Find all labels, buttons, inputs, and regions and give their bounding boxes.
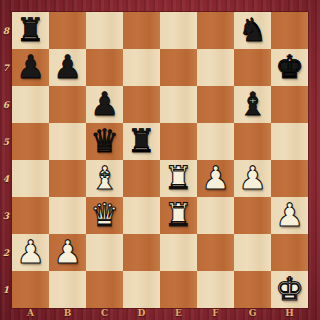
- square-a5[interactable]: [12, 123, 49, 160]
- rank-label-7: 7: [0, 49, 12, 86]
- square-d5[interactable]: ♜: [123, 123, 160, 160]
- file-label-c: C: [86, 306, 123, 320]
- square-c1[interactable]: [86, 271, 123, 308]
- square-c2[interactable]: [86, 234, 123, 271]
- square-c4[interactable]: ♝: [86, 160, 123, 197]
- square-a2[interactable]: ♟: [12, 234, 49, 271]
- piece-black-king[interactable]: ♚: [271, 49, 308, 86]
- rank-label-4: 4: [0, 160, 12, 197]
- piece-black-queen[interactable]: ♛: [86, 123, 123, 160]
- piece-white-king[interactable]: ♚: [271, 271, 308, 308]
- square-b1[interactable]: [49, 271, 86, 308]
- square-h7[interactable]: ♚: [271, 49, 308, 86]
- square-c8[interactable]: [86, 12, 123, 49]
- rank-label-5: 5: [0, 123, 12, 160]
- square-a1[interactable]: [12, 271, 49, 308]
- square-b7[interactable]: ♟: [49, 49, 86, 86]
- square-d4[interactable]: [123, 160, 160, 197]
- piece-white-pawn[interactable]: ♟: [12, 234, 49, 271]
- rank-labels: 87654321: [0, 12, 12, 308]
- square-c7[interactable]: [86, 49, 123, 86]
- square-a4[interactable]: [12, 160, 49, 197]
- piece-black-rook[interactable]: ♜: [123, 123, 160, 160]
- square-d1[interactable]: [123, 271, 160, 308]
- file-label-g: G: [234, 306, 271, 320]
- piece-black-pawn[interactable]: ♟: [12, 49, 49, 86]
- square-d3[interactable]: [123, 197, 160, 234]
- square-g3[interactable]: [234, 197, 271, 234]
- square-c5[interactable]: ♛: [86, 123, 123, 160]
- square-g7[interactable]: [234, 49, 271, 86]
- piece-white-pawn[interactable]: ♟: [49, 234, 86, 271]
- piece-black-knight[interactable]: ♞: [234, 12, 271, 49]
- square-b6[interactable]: [49, 86, 86, 123]
- square-f2[interactable]: [197, 234, 234, 271]
- rank-label-8: 8: [0, 12, 12, 49]
- file-label-a: A: [12, 306, 49, 320]
- square-g1[interactable]: [234, 271, 271, 308]
- file-labels: ABCDEFGH: [12, 306, 308, 320]
- square-b8[interactable]: [49, 12, 86, 49]
- file-label-d: D: [123, 306, 160, 320]
- piece-black-rook[interactable]: ♜: [12, 12, 49, 49]
- square-f3[interactable]: [197, 197, 234, 234]
- rank-label-2: 2: [0, 234, 12, 271]
- square-b3[interactable]: [49, 197, 86, 234]
- square-d6[interactable]: [123, 86, 160, 123]
- square-e8[interactable]: [160, 12, 197, 49]
- file-label-f: F: [197, 306, 234, 320]
- square-e3[interactable]: ♜: [160, 197, 197, 234]
- square-g6[interactable]: ♝: [234, 86, 271, 123]
- chess-board-frame: 87654321 ABCDEFGH ♜♞♟♟♚♟♝♛♜♝♜♟♟♛♜♟♟♟♚: [0, 0, 320, 320]
- square-f5[interactable]: [197, 123, 234, 160]
- rank-label-6: 6: [0, 86, 12, 123]
- piece-white-pawn[interactable]: ♟: [234, 160, 271, 197]
- square-f1[interactable]: [197, 271, 234, 308]
- square-h2[interactable]: [271, 234, 308, 271]
- file-label-e: E: [160, 306, 197, 320]
- rank-label-1: 1: [0, 271, 12, 308]
- square-f7[interactable]: [197, 49, 234, 86]
- square-g8[interactable]: ♞: [234, 12, 271, 49]
- piece-black-pawn[interactable]: ♟: [86, 86, 123, 123]
- square-e1[interactable]: [160, 271, 197, 308]
- square-h4[interactable]: [271, 160, 308, 197]
- file-label-h: H: [271, 306, 308, 320]
- square-e2[interactable]: [160, 234, 197, 271]
- piece-white-bishop[interactable]: ♝: [86, 160, 123, 197]
- square-c3[interactable]: ♛: [86, 197, 123, 234]
- square-e5[interactable]: [160, 123, 197, 160]
- square-b4[interactable]: [49, 160, 86, 197]
- piece-white-rook[interactable]: ♜: [160, 160, 197, 197]
- square-e7[interactable]: [160, 49, 197, 86]
- square-g2[interactable]: [234, 234, 271, 271]
- square-a8[interactable]: ♜: [12, 12, 49, 49]
- square-a6[interactable]: [12, 86, 49, 123]
- square-b5[interactable]: [49, 123, 86, 160]
- square-f8[interactable]: [197, 12, 234, 49]
- square-d7[interactable]: [123, 49, 160, 86]
- square-h1[interactable]: ♚: [271, 271, 308, 308]
- piece-white-rook[interactable]: ♜: [160, 197, 197, 234]
- square-b2[interactable]: ♟: [49, 234, 86, 271]
- square-g5[interactable]: [234, 123, 271, 160]
- square-f6[interactable]: [197, 86, 234, 123]
- piece-white-pawn[interactable]: ♟: [197, 160, 234, 197]
- square-d8[interactable]: [123, 12, 160, 49]
- square-e6[interactable]: [160, 86, 197, 123]
- square-e4[interactable]: ♜: [160, 160, 197, 197]
- square-h8[interactable]: [271, 12, 308, 49]
- square-c6[interactable]: ♟: [86, 86, 123, 123]
- square-h6[interactable]: [271, 86, 308, 123]
- chess-board: ♜♞♟♟♚♟♝♛♜♝♜♟♟♛♜♟♟♟♚: [12, 12, 308, 308]
- square-a3[interactable]: [12, 197, 49, 234]
- piece-black-pawn[interactable]: ♟: [49, 49, 86, 86]
- square-h5[interactable]: [271, 123, 308, 160]
- square-d2[interactable]: [123, 234, 160, 271]
- square-a7[interactable]: ♟: [12, 49, 49, 86]
- square-g4[interactable]: ♟: [234, 160, 271, 197]
- file-label-b: B: [49, 306, 86, 320]
- square-h3[interactable]: ♟: [271, 197, 308, 234]
- square-f4[interactable]: ♟: [197, 160, 234, 197]
- piece-white-pawn[interactable]: ♟: [271, 197, 308, 234]
- piece-black-bishop[interactable]: ♝: [234, 86, 271, 123]
- rank-label-3: 3: [0, 197, 12, 234]
- piece-white-queen[interactable]: ♛: [86, 197, 123, 234]
